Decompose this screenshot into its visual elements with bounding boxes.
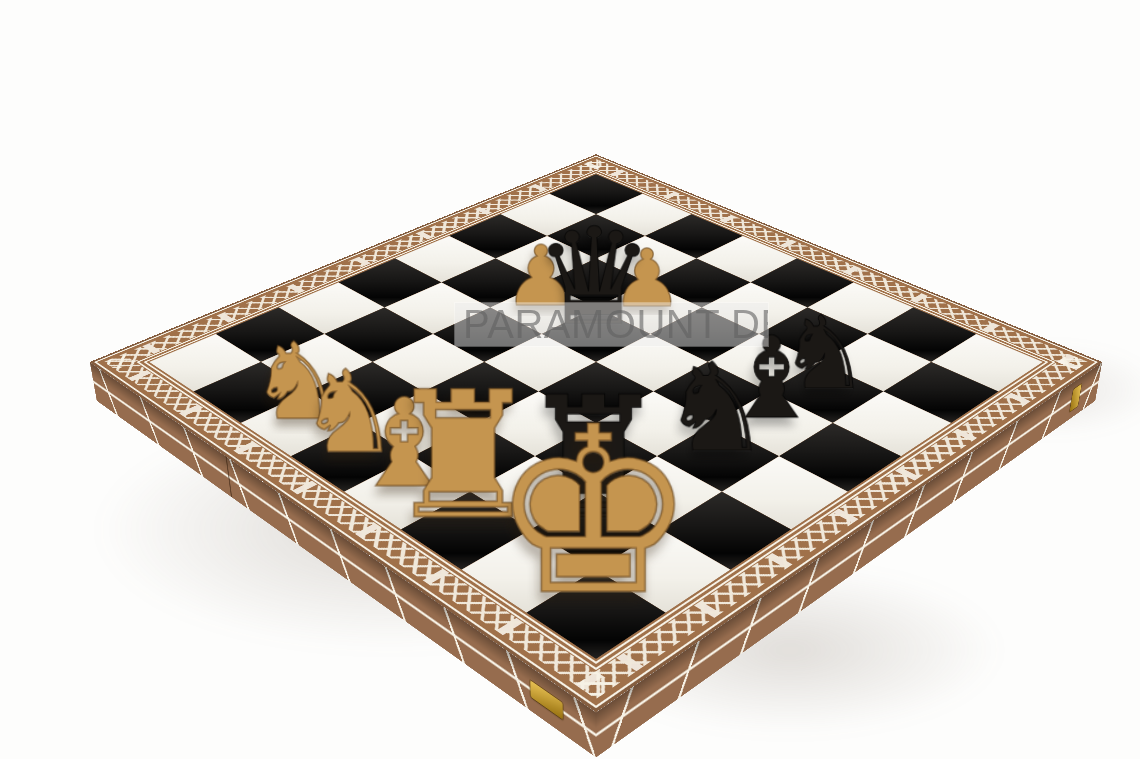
fold-seam [226,456,233,498]
brass-latch-right [1070,384,1082,412]
chess-board: ♟♟♛♞♝♞♜♞♞♝♜♚ [90,154,1103,712]
board-squares [149,174,1043,659]
photo-scene: ♟♟♛♞♝♞♜♞♞♝♜♚ [0,0,1140,759]
